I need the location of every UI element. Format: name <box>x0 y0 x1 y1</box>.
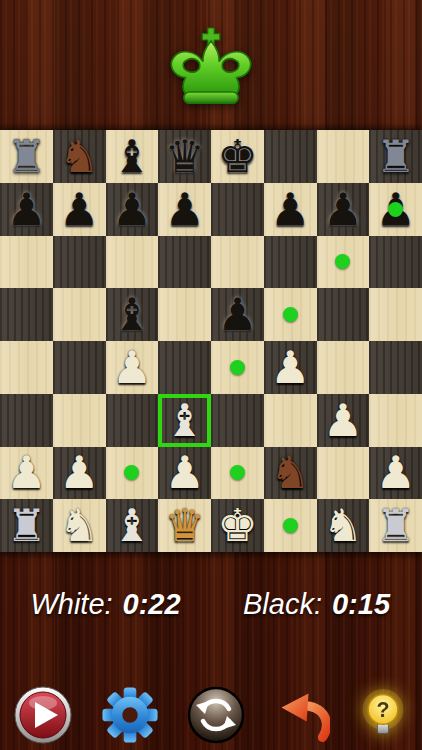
square-f8[interactable] <box>264 130 317 183</box>
square-f6[interactable] <box>264 236 317 289</box>
square-g1[interactable]: ♞ <box>317 499 370 552</box>
legal-move-dot <box>388 202 403 217</box>
square-d1[interactable]: ♛ <box>158 499 211 552</box>
square-a2[interactable]: ♟ <box>0 447 53 500</box>
piece-white-rook: ♜ <box>6 503 46 548</box>
piece-white-bishop: ♝ <box>112 503 152 548</box>
legal-move-dot <box>230 465 245 480</box>
clocks-bar: White: 0:22 Black: 0:15 <box>0 588 422 621</box>
legal-move-dot <box>124 465 139 480</box>
square-e1[interactable]: ♚ <box>211 499 264 552</box>
undo-arrow-icon <box>274 687 330 743</box>
square-h8[interactable]: ♜ <box>369 130 422 183</box>
piece-white-pawn: ♟ <box>375 450 415 495</box>
legal-move-dot <box>283 307 298 322</box>
square-a1[interactable]: ♜ <box>0 499 53 552</box>
square-h2[interactable]: ♟ <box>369 447 422 500</box>
square-f1[interactable] <box>264 499 317 552</box>
piece-black-pawn: ♟ <box>59 187 99 232</box>
piece-white-pawn: ♟ <box>59 450 99 495</box>
square-a4[interactable] <box>0 341 53 394</box>
piece-white-rook: ♜ <box>375 503 415 548</box>
hint-button[interactable]: ? <box>357 684 409 746</box>
square-c1[interactable]: ♝ <box>106 499 159 552</box>
square-a3[interactable] <box>0 394 53 447</box>
square-d2[interactable]: ♟ <box>158 447 211 500</box>
square-h7[interactable]: ♟ <box>369 183 422 236</box>
piece-black-bishop: ♝ <box>112 134 152 179</box>
piece-black-pawn: ♟ <box>112 187 152 232</box>
square-g3[interactable]: ♟ <box>317 394 370 447</box>
white-clock-label: White: <box>30 588 112 621</box>
square-b3[interactable] <box>53 394 106 447</box>
square-g6[interactable] <box>317 236 370 289</box>
play-icon <box>13 685 73 745</box>
square-e5[interactable]: ♟ <box>211 288 264 341</box>
square-d3[interactable]: ♝ <box>158 394 211 447</box>
crown-logo <box>163 22 259 114</box>
piece-white-pawn: ♟ <box>6 450 46 495</box>
crown-icon <box>163 22 259 114</box>
square-d8[interactable]: ♛ <box>158 130 211 183</box>
black-clock-label: Black: <box>243 588 322 621</box>
square-f3[interactable] <box>264 394 317 447</box>
square-d7[interactable]: ♟ <box>158 183 211 236</box>
square-g5[interactable] <box>317 288 370 341</box>
square-g2[interactable] <box>317 447 370 500</box>
piece-black-knight: ♞ <box>59 134 99 179</box>
legal-move-dot <box>230 360 245 375</box>
settings-button[interactable] <box>101 686 159 744</box>
square-b6[interactable] <box>53 236 106 289</box>
white-clock: White: 0:22 <box>0 588 211 621</box>
square-c3[interactable] <box>106 394 159 447</box>
undo-button[interactable] <box>274 687 330 743</box>
piece-white-pawn: ♟ <box>323 398 363 443</box>
app-screen: { "game": "chess", "position": { "fen": … <box>0 0 422 750</box>
square-h3[interactable] <box>369 394 422 447</box>
hint-question-mark: ? <box>376 698 389 722</box>
square-a5[interactable] <box>0 288 53 341</box>
square-f2[interactable]: ♞ <box>264 447 317 500</box>
square-a7[interactable]: ♟ <box>0 183 53 236</box>
square-e8[interactable]: ♚ <box>211 130 264 183</box>
square-g8[interactable] <box>317 130 370 183</box>
flip-board-button[interactable] <box>186 685 246 745</box>
square-g7[interactable]: ♟ <box>317 183 370 236</box>
piece-black-king: ♚ <box>217 134 257 179</box>
black-clock: Black: 0:15 <box>211 588 422 621</box>
piece-white-knight: ♞ <box>59 503 99 548</box>
black-clock-time: 0:15 <box>332 588 390 621</box>
hint-bulb-icon: ? <box>357 684 409 746</box>
square-b7[interactable]: ♟ <box>53 183 106 236</box>
square-e4[interactable] <box>211 341 264 394</box>
square-c6[interactable] <box>106 236 159 289</box>
square-e6[interactable] <box>211 236 264 289</box>
square-h5[interactable] <box>369 288 422 341</box>
square-f5[interactable] <box>264 288 317 341</box>
piece-white-pawn: ♟ <box>270 345 310 390</box>
piece-black-pawn: ♟ <box>164 187 204 232</box>
square-c5[interactable]: ♝ <box>106 288 159 341</box>
square-d6[interactable] <box>158 236 211 289</box>
square-e7[interactable] <box>211 183 264 236</box>
piece-white-pawn: ♟ <box>112 345 152 390</box>
square-h1[interactable]: ♜ <box>369 499 422 552</box>
square-a6[interactable] <box>0 236 53 289</box>
gear-icon <box>101 686 159 744</box>
piece-white-bishop: ♝ <box>164 398 204 443</box>
square-e2[interactable] <box>211 447 264 500</box>
piece-black-bishop: ♝ <box>112 292 152 337</box>
square-g4[interactable] <box>317 341 370 394</box>
square-h4[interactable] <box>369 341 422 394</box>
piece-black-knight: ♞ <box>270 450 310 495</box>
square-b5[interactable] <box>53 288 106 341</box>
piece-white-pawn: ♟ <box>164 450 204 495</box>
piece-black-rook: ♜ <box>375 134 415 179</box>
rotate-icon <box>186 685 246 745</box>
square-b2[interactable]: ♟ <box>53 447 106 500</box>
square-f4[interactable]: ♟ <box>264 341 317 394</box>
toolbar: ? <box>0 682 422 748</box>
chess-board: ♜♞♝♛♚♜♟♟♟♟♟♟♟♝♟♟♟♝♟♟♟♟♞♟♜♞♝♛♚♞♜ <box>0 130 422 552</box>
play-button[interactable] <box>13 685 73 745</box>
square-a8[interactable]: ♜ <box>0 130 53 183</box>
square-d4[interactable] <box>158 341 211 394</box>
piece-black-queen: ♛ <box>164 134 204 179</box>
square-d5[interactable] <box>158 288 211 341</box>
square-c7[interactable]: ♟ <box>106 183 159 236</box>
piece-black-rook: ♜ <box>6 134 46 179</box>
square-b4[interactable] <box>53 341 106 394</box>
square-h6[interactable] <box>369 236 422 289</box>
white-clock-time: 0:22 <box>123 588 181 621</box>
piece-black-pawn: ♟ <box>270 187 310 232</box>
legal-move-dot <box>283 518 298 533</box>
piece-black-pawn: ♟ <box>323 187 363 232</box>
legal-move-dot <box>335 254 350 269</box>
piece-white-knight: ♞ <box>323 503 363 548</box>
square-c4[interactable]: ♟ <box>106 341 159 394</box>
piece-black-pawn: ♟ <box>6 187 46 232</box>
piece-black-pawn: ♟ <box>217 292 257 337</box>
square-c8[interactable]: ♝ <box>106 130 159 183</box>
square-e3[interactable] <box>211 394 264 447</box>
square-f7[interactable]: ♟ <box>264 183 317 236</box>
piece-white-queen: ♛ <box>164 503 204 548</box>
square-b1[interactable]: ♞ <box>53 499 106 552</box>
square-c2[interactable] <box>106 447 159 500</box>
piece-white-king: ♚ <box>217 503 257 548</box>
square-b8[interactable]: ♞ <box>53 130 106 183</box>
